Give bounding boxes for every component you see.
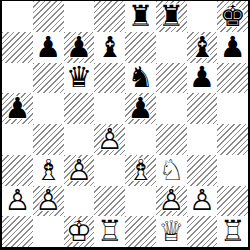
square-d1[interactable]: ♜♖ — [94, 216, 125, 247]
square-e6[interactable]: ♞ — [125, 63, 156, 94]
black-bishop: ♝ — [189, 33, 215, 62]
square-d3[interactable] — [94, 155, 125, 186]
square-a5[interactable]: ♟ — [2, 93, 33, 124]
square-g8[interactable] — [187, 1, 218, 32]
square-b3[interactable]: ♝♗ — [33, 155, 64, 186]
square-g2[interactable]: ♟♙ — [187, 186, 218, 217]
white-rook: ♜♖ — [97, 217, 123, 246]
square-g4[interactable] — [187, 124, 218, 155]
square-c6[interactable]: ♛ — [64, 63, 95, 94]
square-a3[interactable] — [2, 155, 33, 186]
square-a1[interactable] — [2, 216, 33, 247]
square-g1[interactable] — [187, 216, 218, 247]
square-c4[interactable] — [64, 124, 95, 155]
square-f6[interactable] — [156, 63, 187, 94]
white-pawn: ♟♙ — [35, 186, 61, 215]
square-g7[interactable]: ♝ — [187, 32, 218, 63]
chess-board: ♜♜♚♟♟♝♝♟♛♞♟♟♟♟♙♝♗♟♙♝♗♞♘♟♙♟♙♟♙♟♙♚♔♜♖♛♕♜♖ — [0, 0, 250, 250]
black-pawn: ♟ — [189, 63, 215, 92]
white-pawn: ♟♙ — [97, 125, 123, 154]
black-queen: ♛ — [66, 63, 92, 92]
square-d6[interactable] — [94, 63, 125, 94]
black-pawn: ♟ — [4, 94, 30, 123]
square-h1[interactable]: ♜♖ — [217, 216, 248, 247]
square-d7[interactable]: ♝ — [94, 32, 125, 63]
square-g3[interactable] — [187, 155, 218, 186]
black-knight: ♞ — [127, 63, 153, 92]
white-king: ♚♔ — [66, 217, 92, 246]
square-b5[interactable] — [33, 93, 64, 124]
square-e4[interactable] — [125, 124, 156, 155]
black-bishop: ♝ — [97, 33, 123, 62]
square-f5[interactable] — [156, 93, 187, 124]
square-c8[interactable] — [64, 1, 95, 32]
black-king: ♚ — [220, 2, 246, 31]
white-rook: ♜♖ — [220, 217, 246, 246]
white-queen: ♛♕ — [158, 217, 184, 246]
white-pawn: ♟♙ — [158, 186, 184, 215]
square-d5[interactable] — [94, 93, 125, 124]
square-e5[interactable]: ♟ — [125, 93, 156, 124]
square-e3[interactable]: ♝♗ — [125, 155, 156, 186]
square-e8[interactable]: ♜ — [125, 1, 156, 32]
square-h4[interactable] — [217, 124, 248, 155]
square-h2[interactable] — [217, 186, 248, 217]
square-e1[interactable] — [125, 216, 156, 247]
square-c2[interactable] — [64, 186, 95, 217]
white-bishop: ♝♗ — [35, 156, 61, 185]
square-g6[interactable]: ♟ — [187, 63, 218, 94]
square-f3[interactable]: ♞♘ — [156, 155, 187, 186]
black-pawn: ♟ — [66, 33, 92, 62]
square-a6[interactable] — [2, 63, 33, 94]
square-h5[interactable] — [217, 93, 248, 124]
square-f7[interactable] — [156, 32, 187, 63]
square-d2[interactable] — [94, 186, 125, 217]
square-b8[interactable] — [33, 1, 64, 32]
square-b4[interactable] — [33, 124, 64, 155]
square-c3[interactable]: ♟♙ — [64, 155, 95, 186]
square-a4[interactable] — [2, 124, 33, 155]
square-a7[interactable] — [2, 32, 33, 63]
square-g5[interactable] — [187, 93, 218, 124]
square-h7[interactable]: ♟ — [217, 32, 248, 63]
square-d4[interactable]: ♟♙ — [94, 124, 125, 155]
square-e2[interactable] — [125, 186, 156, 217]
square-c5[interactable] — [64, 93, 95, 124]
square-b1[interactable] — [33, 216, 64, 247]
square-f2[interactable]: ♟♙ — [156, 186, 187, 217]
square-f1[interactable]: ♛♕ — [156, 216, 187, 247]
square-a8[interactable] — [2, 1, 33, 32]
square-d8[interactable] — [94, 1, 125, 32]
white-bishop: ♝♗ — [127, 156, 153, 185]
black-rook: ♜ — [127, 2, 153, 31]
black-pawn: ♟ — [35, 33, 61, 62]
square-f4[interactable] — [156, 124, 187, 155]
square-e7[interactable] — [125, 32, 156, 63]
square-h6[interactable] — [217, 63, 248, 94]
square-f8[interactable]: ♜ — [156, 1, 187, 32]
square-c1[interactable]: ♚♔ — [64, 216, 95, 247]
black-rook: ♜ — [158, 2, 184, 31]
white-pawn: ♟♙ — [66, 156, 92, 185]
square-b2[interactable]: ♟♙ — [33, 186, 64, 217]
square-c7[interactable]: ♟ — [64, 32, 95, 63]
white-pawn: ♟♙ — [4, 186, 30, 215]
white-knight: ♞♘ — [158, 156, 184, 185]
black-pawn: ♟ — [220, 33, 246, 62]
square-h3[interactable] — [217, 155, 248, 186]
square-b7[interactable]: ♟ — [33, 32, 64, 63]
square-h8[interactable]: ♚ — [217, 1, 248, 32]
black-pawn: ♟ — [127, 94, 153, 123]
white-pawn: ♟♙ — [189, 186, 215, 215]
square-b6[interactable] — [33, 63, 64, 94]
square-a2[interactable]: ♟♙ — [2, 186, 33, 217]
